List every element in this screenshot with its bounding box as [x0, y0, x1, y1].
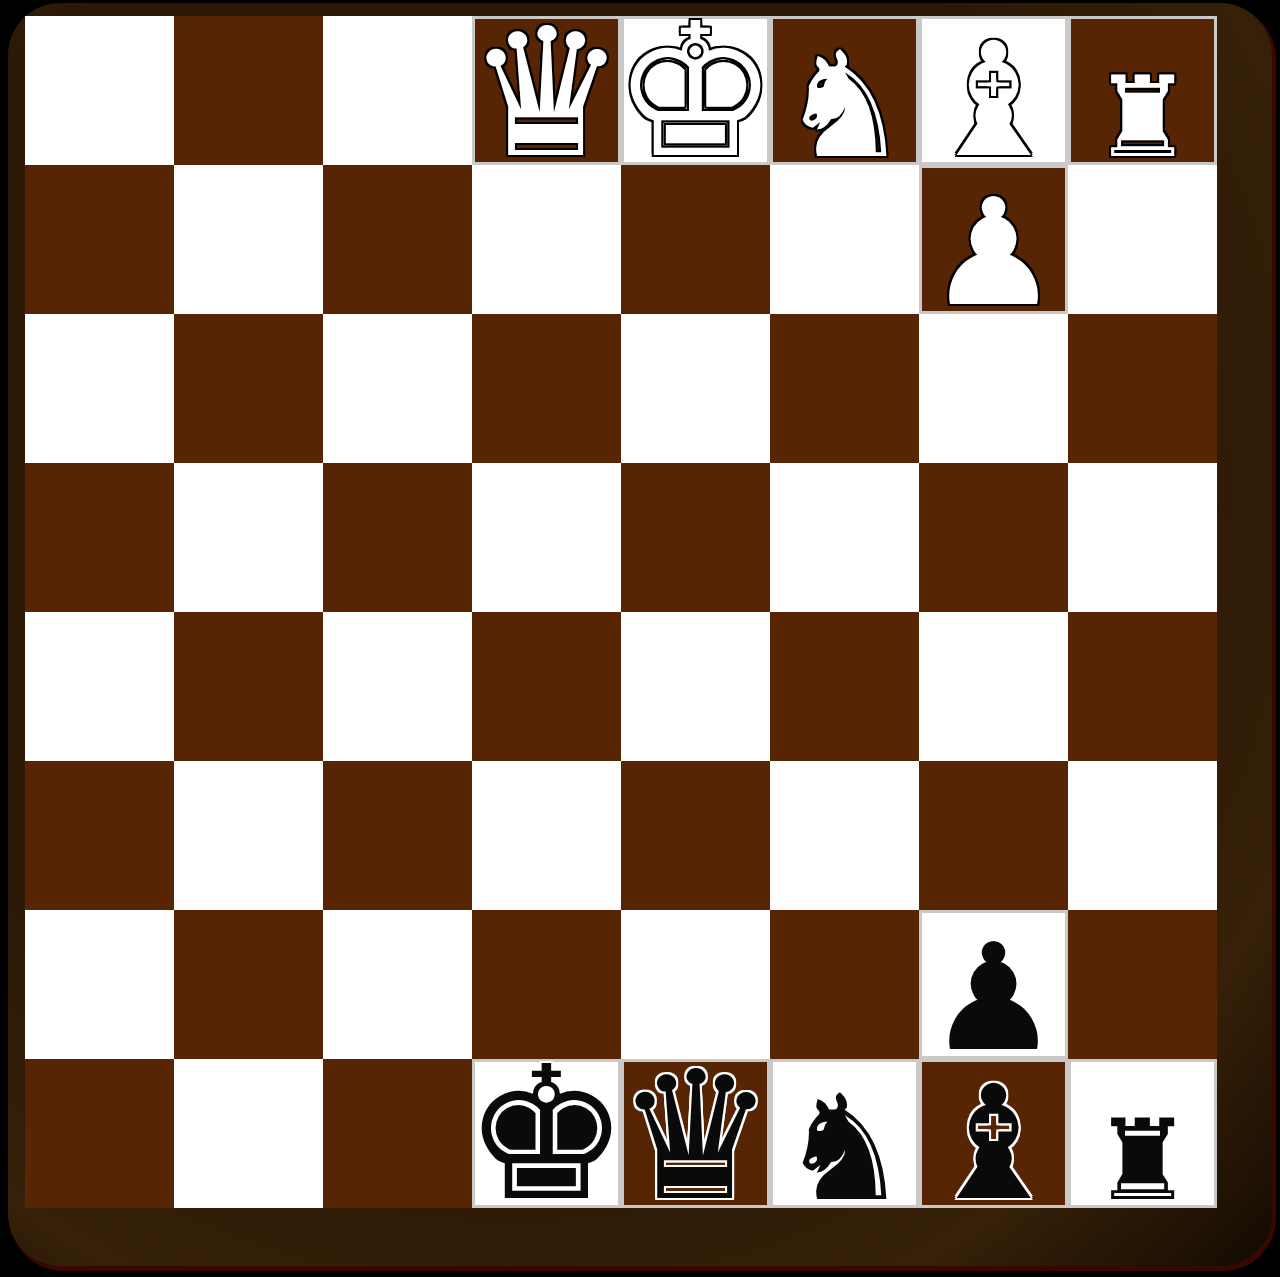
square-h6[interactable]: [1068, 314, 1217, 463]
piece-white-knight[interactable]: ♞: [779, 53, 910, 158]
piece-white-bishop[interactable]: ♝: [923, 44, 1065, 158]
square-b2[interactable]: [174, 910, 323, 1059]
square-g4[interactable]: [919, 612, 1068, 761]
square-d8[interactable]: ♛: [472, 16, 621, 165]
square-g1[interactable]: ♝: [919, 1059, 1068, 1208]
square-c6[interactable]: [323, 314, 472, 463]
square-e1[interactable]: ♛: [621, 1059, 770, 1208]
square-c3[interactable]: [323, 761, 472, 910]
square-f6[interactable]: [770, 314, 919, 463]
square-b6[interactable]: [174, 314, 323, 463]
piece-black-rook[interactable]: ♜: [1092, 1120, 1192, 1201]
square-d6[interactable]: [472, 314, 621, 463]
piece-black-king[interactable]: ♚: [464, 1068, 630, 1201]
square-e6[interactable]: [621, 314, 770, 463]
square-d7[interactable]: [472, 165, 621, 314]
square-f5[interactable]: [770, 463, 919, 612]
square-e5[interactable]: [621, 463, 770, 612]
square-g8[interactable]: ♝: [919, 16, 1068, 165]
square-d3[interactable]: [472, 761, 621, 910]
square-g5[interactable]: [919, 463, 1068, 612]
square-h1[interactable]: ♜: [1068, 1059, 1217, 1208]
chessboard-scene: ♛♚♞♝♜♟♟♚♛♞♝♜: [0, 0, 1280, 1277]
square-a8[interactable]: [25, 16, 174, 165]
square-h7[interactable]: [1068, 165, 1217, 314]
square-g2[interactable]: ♟: [919, 910, 1068, 1059]
square-c5[interactable]: [323, 463, 472, 612]
square-f4[interactable]: [770, 612, 919, 761]
square-c1[interactable]: [323, 1059, 472, 1208]
square-b4[interactable]: [174, 612, 323, 761]
square-f7[interactable]: [770, 165, 919, 314]
square-b1[interactable]: [174, 1059, 323, 1208]
square-a3[interactable]: [25, 761, 174, 910]
square-a4[interactable]: [25, 612, 174, 761]
square-b5[interactable]: [174, 463, 323, 612]
square-f1[interactable]: ♞: [770, 1059, 919, 1208]
square-c8[interactable]: [323, 16, 472, 165]
square-e4[interactable]: [621, 612, 770, 761]
square-b7[interactable]: [174, 165, 323, 314]
square-f3[interactable]: [770, 761, 919, 910]
piece-black-bishop[interactable]: ♝: [923, 1087, 1065, 1201]
piece-white-rook[interactable]: ♜: [1092, 77, 1192, 158]
square-c2[interactable]: [323, 910, 472, 1059]
piece-white-pawn[interactable]: ♟: [927, 200, 1060, 307]
chess-board: ♛♚♞♝♜♟♟♚♛♞♝♜: [25, 16, 1217, 1208]
square-g3[interactable]: [919, 761, 1068, 910]
square-a7[interactable]: [25, 165, 174, 314]
piece-white-queen[interactable]: ♛: [467, 30, 627, 158]
square-a2[interactable]: [25, 910, 174, 1059]
square-d4[interactable]: [472, 612, 621, 761]
square-a6[interactable]: [25, 314, 174, 463]
square-b8[interactable]: [174, 16, 323, 165]
square-f8[interactable]: ♞: [770, 16, 919, 165]
square-c4[interactable]: [323, 612, 472, 761]
square-d5[interactable]: [472, 463, 621, 612]
square-g6[interactable]: [919, 314, 1068, 463]
piece-white-king[interactable]: ♚: [613, 25, 779, 158]
square-e8[interactable]: ♚: [621, 16, 770, 165]
square-a5[interactable]: [25, 463, 174, 612]
square-g7[interactable]: ♟: [919, 165, 1068, 314]
square-h8[interactable]: ♜: [1068, 16, 1217, 165]
square-h2[interactable]: [1068, 910, 1217, 1059]
square-f2[interactable]: [770, 910, 919, 1059]
piece-black-pawn[interactable]: ♟: [927, 945, 1060, 1052]
piece-black-knight[interactable]: ♞: [779, 1096, 910, 1201]
square-h5[interactable]: [1068, 463, 1217, 612]
square-h3[interactable]: [1068, 761, 1217, 910]
square-d1[interactable]: ♚: [472, 1059, 621, 1208]
square-c7[interactable]: [323, 165, 472, 314]
square-a1[interactable]: [25, 1059, 174, 1208]
piece-black-queen[interactable]: ♛: [616, 1073, 776, 1201]
square-h4[interactable]: [1068, 612, 1217, 761]
square-e3[interactable]: [621, 761, 770, 910]
square-e7[interactable]: [621, 165, 770, 314]
square-b3[interactable]: [174, 761, 323, 910]
